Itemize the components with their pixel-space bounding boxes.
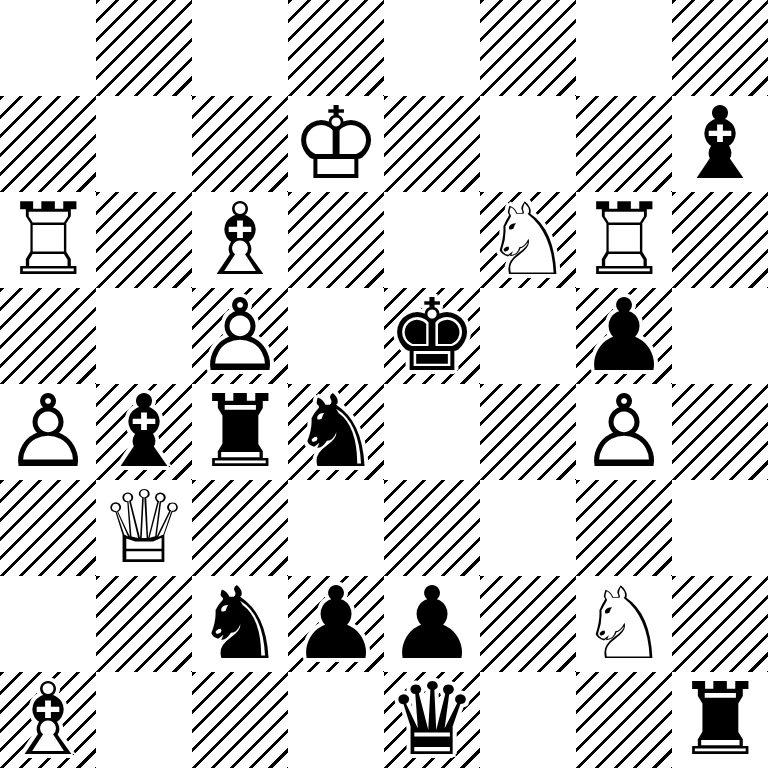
square-c6[interactable]: ♝♗ bbox=[192, 192, 288, 288]
square-e2[interactable]: ♟ bbox=[384, 576, 480, 672]
piece-white-rook: ♖ bbox=[0, 192, 96, 288]
square-c7[interactable] bbox=[192, 96, 288, 192]
chess-board: ♚♔♝♜♖♝♗♞♘♜♖♟♙♚♟♟♙♝♜♞♟♙♛♕♞♟♟♞♘♝♗♛♜ bbox=[0, 0, 768, 768]
piece-white-pawn-fill: ♟ bbox=[0, 384, 96, 480]
square-e4[interactable] bbox=[384, 384, 480, 480]
square-g7[interactable] bbox=[576, 96, 672, 192]
square-f6[interactable]: ♞♘ bbox=[480, 192, 576, 288]
square-e3[interactable] bbox=[384, 480, 480, 576]
square-b6[interactable] bbox=[96, 192, 192, 288]
piece-white-king-fill: ♚ bbox=[288, 96, 384, 192]
square-d1[interactable] bbox=[288, 672, 384, 768]
square-d7[interactable]: ♚♔ bbox=[288, 96, 384, 192]
piece-white-queen-fill: ♛ bbox=[96, 480, 192, 576]
piece-black-bishop: ♝ bbox=[672, 96, 768, 192]
square-g2[interactable]: ♞♘ bbox=[576, 576, 672, 672]
square-b1[interactable] bbox=[96, 672, 192, 768]
square-h3[interactable] bbox=[672, 480, 768, 576]
square-a3[interactable] bbox=[0, 480, 96, 576]
square-b2[interactable] bbox=[96, 576, 192, 672]
piece-black-pawn: ♟ bbox=[288, 576, 384, 672]
square-d8[interactable] bbox=[288, 0, 384, 96]
square-e6[interactable] bbox=[384, 192, 480, 288]
piece-white-knight: ♘ bbox=[576, 576, 672, 672]
square-h1[interactable]: ♜ bbox=[672, 672, 768, 768]
piece-white-pawn: ♙ bbox=[192, 288, 288, 384]
square-g6[interactable]: ♜♖ bbox=[576, 192, 672, 288]
piece-white-queen: ♕ bbox=[96, 480, 192, 576]
piece-white-pawn: ♙ bbox=[576, 384, 672, 480]
square-c3[interactable] bbox=[192, 480, 288, 576]
square-g1[interactable] bbox=[576, 672, 672, 768]
square-a6[interactable]: ♜♖ bbox=[0, 192, 96, 288]
square-h7[interactable]: ♝ bbox=[672, 96, 768, 192]
square-d2[interactable]: ♟ bbox=[288, 576, 384, 672]
square-f1[interactable] bbox=[480, 672, 576, 768]
square-c8[interactable] bbox=[192, 0, 288, 96]
square-b7[interactable] bbox=[96, 96, 192, 192]
piece-white-knight-fill: ♞ bbox=[480, 192, 576, 288]
piece-white-pawn-fill: ♟ bbox=[192, 288, 288, 384]
square-e1[interactable]: ♛ bbox=[384, 672, 480, 768]
square-g8[interactable] bbox=[576, 0, 672, 96]
square-g3[interactable] bbox=[576, 480, 672, 576]
piece-white-bishop: ♗ bbox=[192, 192, 288, 288]
square-d3[interactable] bbox=[288, 480, 384, 576]
square-b8[interactable] bbox=[96, 0, 192, 96]
piece-black-knight: ♞ bbox=[192, 576, 288, 672]
piece-white-pawn: ♙ bbox=[0, 384, 96, 480]
square-f2[interactable] bbox=[480, 576, 576, 672]
square-a2[interactable] bbox=[0, 576, 96, 672]
piece-white-bishop: ♗ bbox=[0, 672, 96, 768]
square-h4[interactable] bbox=[672, 384, 768, 480]
piece-black-knight: ♞ bbox=[288, 384, 384, 480]
square-f8[interactable] bbox=[480, 0, 576, 96]
square-f4[interactable] bbox=[480, 384, 576, 480]
piece-black-queen: ♛ bbox=[384, 672, 480, 768]
square-e5[interactable]: ♚ bbox=[384, 288, 480, 384]
piece-white-knight-fill: ♞ bbox=[576, 576, 672, 672]
piece-black-pawn: ♟ bbox=[576, 288, 672, 384]
square-a1[interactable]: ♝♗ bbox=[0, 672, 96, 768]
square-b5[interactable] bbox=[96, 288, 192, 384]
square-a4[interactable]: ♟♙ bbox=[0, 384, 96, 480]
piece-white-pawn-fill: ♟ bbox=[576, 384, 672, 480]
square-d6[interactable] bbox=[288, 192, 384, 288]
piece-white-rook-fill: ♜ bbox=[576, 192, 672, 288]
piece-black-rook: ♜ bbox=[672, 672, 768, 768]
square-h2[interactable] bbox=[672, 576, 768, 672]
piece-white-rook-fill: ♜ bbox=[0, 192, 96, 288]
square-f5[interactable] bbox=[480, 288, 576, 384]
square-d5[interactable] bbox=[288, 288, 384, 384]
square-a5[interactable] bbox=[0, 288, 96, 384]
square-d4[interactable]: ♞ bbox=[288, 384, 384, 480]
piece-black-king: ♚ bbox=[384, 288, 480, 384]
square-h8[interactable] bbox=[672, 0, 768, 96]
square-c4[interactable]: ♜ bbox=[192, 384, 288, 480]
square-c2[interactable]: ♞ bbox=[192, 576, 288, 672]
square-f7[interactable] bbox=[480, 96, 576, 192]
piece-black-rook: ♜ bbox=[192, 384, 288, 480]
square-g4[interactable]: ♟♙ bbox=[576, 384, 672, 480]
square-g5[interactable]: ♟ bbox=[576, 288, 672, 384]
square-b3[interactable]: ♛♕ bbox=[96, 480, 192, 576]
square-e8[interactable] bbox=[384, 0, 480, 96]
square-c5[interactable]: ♟♙ bbox=[192, 288, 288, 384]
square-c1[interactable] bbox=[192, 672, 288, 768]
square-f3[interactable] bbox=[480, 480, 576, 576]
square-a8[interactable] bbox=[0, 0, 96, 96]
piece-white-knight: ♘ bbox=[480, 192, 576, 288]
square-h6[interactable] bbox=[672, 192, 768, 288]
piece-black-pawn: ♟ bbox=[384, 576, 480, 672]
piece-white-rook: ♖ bbox=[576, 192, 672, 288]
square-a7[interactable] bbox=[0, 96, 96, 192]
square-h5[interactable] bbox=[672, 288, 768, 384]
square-e7[interactable] bbox=[384, 96, 480, 192]
piece-white-king: ♔ bbox=[288, 96, 384, 192]
piece-white-bishop-fill: ♝ bbox=[192, 192, 288, 288]
square-b4[interactable]: ♝ bbox=[96, 384, 192, 480]
piece-white-bishop-fill: ♝ bbox=[0, 672, 96, 768]
piece-black-bishop: ♝ bbox=[96, 384, 192, 480]
